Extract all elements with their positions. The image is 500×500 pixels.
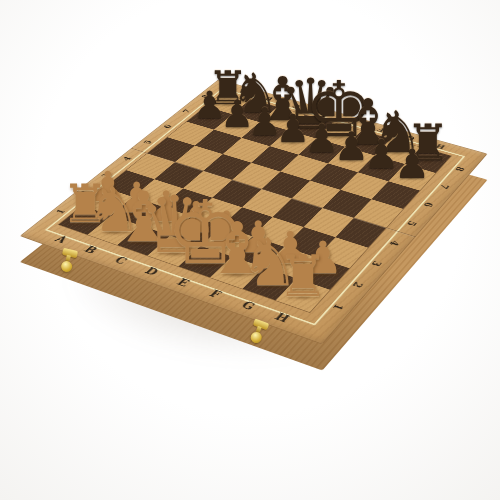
- file-label-near-a: A: [52, 234, 70, 245]
- file-label-near-g: G: [239, 299, 258, 312]
- file-label-near-h: H: [272, 311, 292, 324]
- black-pawn-h7[interactable]: ♟: [394, 144, 430, 184]
- rank-label-right-3: 3: [369, 259, 385, 267]
- white-rook-h1[interactable]: ♜: [277, 248, 328, 305]
- rank-label-right-7: 7: [437, 183, 451, 190]
- rank-label-right-4: 4: [387, 239, 402, 247]
- latch-hook: [59, 260, 72, 273]
- rank-label-right-1: 1: [330, 303, 346, 312]
- latch-hook: [249, 330, 263, 344]
- rank-label-right-5: 5: [404, 220, 419, 228]
- rank-label-right-8: 8: [453, 166, 467, 173]
- chess-set-photo: AABBCCDDEEFFGGHH1122334455667788 ♜♞♝♛♚♝♞…: [0, 0, 500, 500]
- rank-label-right-2: 2: [350, 281, 366, 290]
- rank-label-right-6: 6: [421, 201, 436, 208]
